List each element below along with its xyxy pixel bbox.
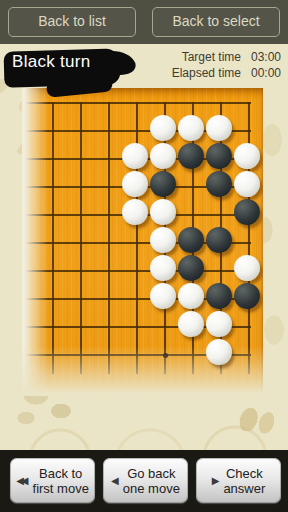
board-cell[interactable] (151, 341, 179, 369)
board-cell[interactable] (39, 117, 67, 145)
board-cell[interactable] (179, 117, 207, 145)
board-cell[interactable] (39, 229, 67, 257)
board-cell[interactable] (95, 201, 123, 229)
board-cell[interactable] (151, 145, 179, 173)
board-cell[interactable] (235, 117, 263, 145)
time-panel: Target time 03:00 Elapsed time 00:00 (141, 50, 281, 82)
board-cell[interactable] (151, 89, 179, 117)
board-cell[interactable] (207, 117, 235, 145)
white-stone (206, 115, 232, 141)
white-stone (150, 283, 176, 309)
back-to-list-button[interactable]: Back to list (8, 7, 136, 37)
white-stone (234, 143, 260, 169)
board-cell[interactable] (207, 89, 235, 117)
status-banner: Black turn Target time 03:00 Elapsed tim… (0, 44, 288, 88)
board-cell[interactable] (235, 229, 263, 257)
board-cell[interactable] (207, 201, 235, 229)
board-cell[interactable] (123, 341, 151, 369)
white-stone (150, 227, 176, 253)
board-cell[interactable] (235, 173, 263, 201)
board-cell[interactable] (207, 145, 235, 173)
background-pattern-waves (0, 390, 288, 452)
board-cell[interactable] (179, 285, 207, 313)
board-cell[interactable] (67, 257, 95, 285)
board-cell[interactable] (95, 285, 123, 313)
board-cell[interactable] (235, 145, 263, 173)
board-cell[interactable] (95, 229, 123, 257)
black-stone (206, 283, 232, 309)
board-cell[interactable] (22, 257, 39, 285)
board-cell[interactable] (67, 173, 95, 201)
board-cell[interactable] (22, 285, 39, 313)
target-time-label: Target time (182, 50, 241, 64)
white-stone (150, 143, 176, 169)
board-cell[interactable] (22, 117, 39, 145)
go-board (22, 88, 263, 396)
white-stone (178, 283, 204, 309)
board-cell[interactable] (207, 229, 235, 257)
black-stone (178, 227, 204, 253)
white-stone (150, 199, 176, 225)
board-cell[interactable] (22, 201, 39, 229)
board-cell[interactable] (95, 313, 123, 341)
board-cell[interactable] (151, 313, 179, 341)
board-cell[interactable] (123, 117, 151, 145)
board-cell[interactable] (207, 257, 235, 285)
board-cell[interactable] (123, 285, 151, 313)
board-cell[interactable] (95, 341, 123, 369)
board-grid (22, 89, 263, 369)
black-stone (150, 171, 176, 197)
board-cell[interactable] (151, 201, 179, 229)
board-cell[interactable] (179, 89, 207, 117)
elapsed-time-value: 00:00 (245, 66, 281, 80)
board-cell[interactable] (235, 341, 263, 369)
elapsed-time-label: Elapsed time (172, 66, 241, 80)
white-stone (150, 255, 176, 281)
board-cell[interactable] (179, 229, 207, 257)
board-cell[interactable] (151, 173, 179, 201)
board-cell[interactable] (39, 313, 67, 341)
board-cell[interactable] (207, 173, 235, 201)
board-cell[interactable] (179, 257, 207, 285)
board-cell[interactable] (207, 313, 235, 341)
black-stone (234, 199, 260, 225)
white-stone (122, 143, 148, 169)
board-cell[interactable] (123, 89, 151, 117)
board-cell[interactable] (123, 313, 151, 341)
board-cell[interactable] (207, 285, 235, 313)
go-back-one-move-button[interactable]: ◀ Go back one move (103, 458, 188, 503)
board-cell[interactable] (39, 257, 67, 285)
board-cell[interactable] (235, 201, 263, 229)
board-cell[interactable] (67, 341, 95, 369)
board-cell[interactable] (67, 145, 95, 173)
black-stone (234, 283, 260, 309)
board-cell[interactable] (123, 257, 151, 285)
back-to-first-move-label: Back to first move (33, 466, 89, 496)
app-screen: Back to list Back to select Black turn T… (0, 0, 288, 512)
board-cell[interactable] (22, 145, 39, 173)
black-stone (178, 143, 204, 169)
board-cell[interactable] (95, 145, 123, 173)
board-cell[interactable] (22, 229, 39, 257)
black-stone (206, 171, 232, 197)
bottom-bar: ◀◀ Back to first move ◀ Go back one move… (0, 450, 288, 512)
board-cell[interactable] (95, 257, 123, 285)
board-cell[interactable] (179, 313, 207, 341)
board-cell[interactable] (95, 117, 123, 145)
double-left-arrow-icon: ◀◀ (16, 475, 28, 486)
board-cell[interactable] (22, 89, 39, 117)
white-stone (122, 171, 148, 197)
check-answer-button[interactable]: ▶ Check answer (196, 458, 281, 503)
board-cell[interactable] (22, 341, 39, 369)
white-stone (234, 171, 260, 197)
white-stone (234, 255, 260, 281)
board-cell[interactable] (235, 313, 263, 341)
board-cell[interactable] (151, 229, 179, 257)
board-cell[interactable] (179, 173, 207, 201)
board-cell[interactable] (123, 145, 151, 173)
board-cell[interactable] (123, 201, 151, 229)
board-cell[interactable] (39, 173, 67, 201)
back-to-select-button[interactable]: Back to select (152, 7, 280, 37)
board-cell[interactable] (207, 341, 235, 369)
black-stone (178, 255, 204, 281)
board-cell[interactable] (67, 117, 95, 145)
board-cell[interactable] (39, 145, 67, 173)
board-cell[interactable] (151, 257, 179, 285)
board-cell[interactable] (235, 89, 263, 117)
board-cell[interactable] (151, 117, 179, 145)
right-arrow-icon: ▶ (212, 475, 220, 486)
target-time-value: 03:00 (245, 50, 281, 64)
board-cell[interactable] (235, 285, 263, 313)
board-cell[interactable] (123, 229, 151, 257)
white-stone (178, 115, 204, 141)
board-cell[interactable] (39, 201, 67, 229)
target-time-row: Target time 03:00 (141, 50, 281, 66)
board-cell[interactable] (22, 173, 39, 201)
white-stone (150, 115, 176, 141)
board-cell[interactable] (179, 145, 207, 173)
board-cell[interactable] (123, 173, 151, 201)
board-cell[interactable] (67, 201, 95, 229)
background-pattern-butterfly (221, 389, 288, 457)
board-cell[interactable] (151, 285, 179, 313)
board-cell[interactable] (235, 257, 263, 285)
board-cell[interactable] (67, 313, 95, 341)
white-stone (178, 311, 204, 337)
board-cell[interactable] (95, 89, 123, 117)
board-cell[interactable] (95, 173, 123, 201)
board-cell[interactable] (179, 341, 207, 369)
elapsed-time-row: Elapsed time 00:00 (141, 66, 281, 82)
board-cell[interactable] (179, 201, 207, 229)
go-back-one-move-label: Go back one move (123, 466, 180, 496)
board-cell[interactable] (39, 285, 67, 313)
turn-label: Black turn (12, 44, 122, 80)
white-stone (206, 311, 232, 337)
back-to-first-move-button[interactable]: ◀◀ Back to first move (10, 458, 95, 503)
top-bar: Back to list Back to select (0, 0, 288, 44)
white-stone (122, 199, 148, 225)
board-cell[interactable] (39, 341, 67, 369)
black-stone (206, 227, 232, 253)
left-arrow-icon: ◀ (111, 475, 119, 486)
black-stone (206, 143, 232, 169)
board-cell[interactable] (22, 313, 39, 341)
white-stone (206, 339, 232, 365)
board-cell[interactable] (67, 285, 95, 313)
board-cell[interactable] (67, 229, 95, 257)
check-answer-label: Check answer (223, 466, 265, 496)
